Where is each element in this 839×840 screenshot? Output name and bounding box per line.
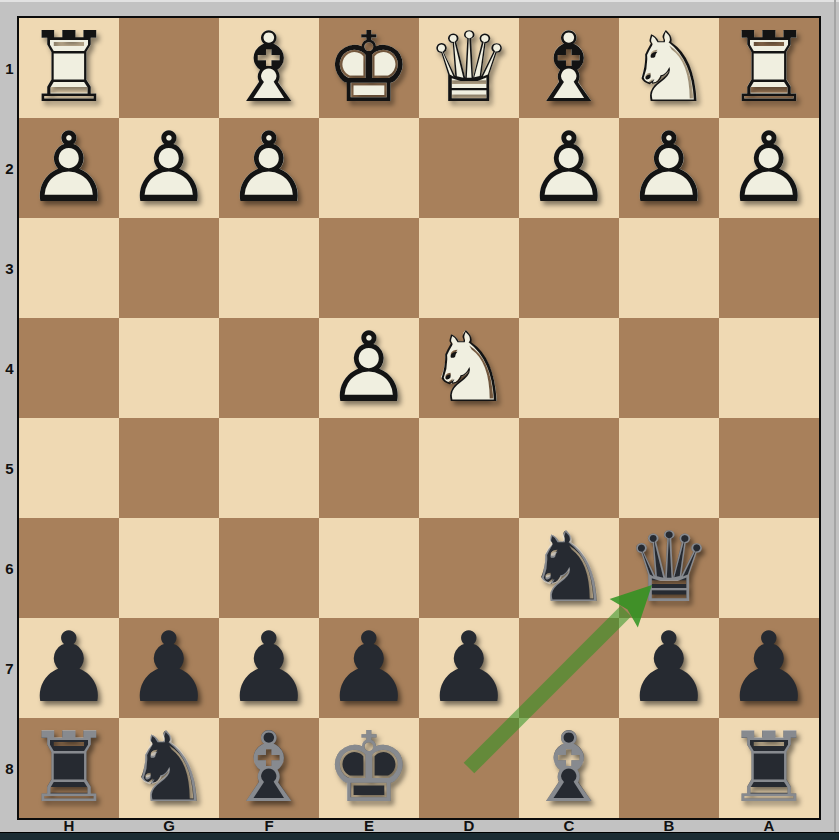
piece-glyph-fill: ♝: [219, 18, 319, 118]
piece-black-pawn-h7[interactable]: ♟♙: [19, 618, 119, 718]
piece-glyph-outline: ♙: [719, 618, 819, 718]
piece-glyph-outline: ♖: [719, 18, 819, 118]
square-e8[interactable]: ♚♔: [319, 718, 419, 818]
piece-glyph-fill: ♛: [619, 518, 719, 618]
square-h1[interactable]: ♜♖: [19, 18, 119, 118]
piece-glyph-outline: ♙: [219, 618, 319, 718]
square-g5[interactable]: [119, 418, 219, 518]
piece-black-bishop-c8[interactable]: ♝♗: [519, 718, 619, 818]
square-e2[interactable]: [319, 118, 419, 218]
file-label-g: G: [119, 818, 219, 833]
piece-black-pawn-b7[interactable]: ♟♙: [619, 618, 719, 718]
file-label-h: H: [19, 818, 119, 833]
piece-glyph-outline: ♙: [319, 318, 419, 418]
file-label-c: C: [519, 818, 619, 833]
square-g6[interactable]: [119, 518, 219, 618]
piece-glyph-fill: ♟: [319, 318, 419, 418]
piece-glyph-fill: ♟: [619, 618, 719, 718]
square-b2[interactable]: ♟♙: [619, 118, 719, 218]
square-h2[interactable]: ♟♙: [19, 118, 119, 218]
square-a1[interactable]: ♜♖: [719, 18, 819, 118]
file-label-b: B: [619, 818, 719, 833]
piece-glyph-fill: ♜: [19, 718, 119, 818]
square-f1[interactable]: ♝♗: [219, 18, 319, 118]
piece-glyph-outline: ♘: [419, 318, 519, 418]
piece-glyph-outline: ♖: [19, 18, 119, 118]
chess-board-window: 12345678 ♜♖♝♗♚♔♛♕♝♗♞♘♜♖♟♙♟♙♟♙♟♙♟♙♟♙♟♙♞♘♞…: [0, 0, 839, 840]
rank-label-2: 2: [0, 118, 19, 218]
piece-glyph-outline: ♙: [219, 118, 319, 218]
file-label-a: A: [719, 818, 819, 833]
piece-white-queen-d1[interactable]: ♛♕: [419, 18, 519, 118]
piece-glyph-fill: ♟: [519, 118, 619, 218]
square-e3[interactable]: [319, 218, 419, 318]
piece-glyph-fill: ♝: [219, 718, 319, 818]
piece-black-knight-c6[interactable]: ♞♘: [519, 518, 619, 618]
piece-glyph-outline: ♙: [19, 618, 119, 718]
piece-glyph-outline: ♙: [319, 618, 419, 718]
piece-glyph-outline: ♙: [19, 118, 119, 218]
piece-glyph-outline: ♗: [219, 18, 319, 118]
piece-glyph-outline: ♔: [319, 18, 419, 118]
square-d6[interactable]: [419, 518, 519, 618]
piece-white-pawn-h2[interactable]: ♟♙: [19, 118, 119, 218]
square-e1[interactable]: ♚♔: [319, 18, 419, 118]
piece-glyph-outline: ♕: [419, 18, 519, 118]
square-e6[interactable]: [319, 518, 419, 618]
square-h8[interactable]: ♜♖: [19, 718, 119, 818]
square-b8[interactable]: [619, 718, 719, 818]
rank-label-1: 1: [0, 18, 19, 118]
square-f5[interactable]: [219, 418, 319, 518]
piece-glyph-fill: ♟: [319, 618, 419, 718]
square-h4[interactable]: [19, 318, 119, 418]
square-d7[interactable]: ♟♙: [419, 618, 519, 718]
square-a6[interactable]: [719, 518, 819, 618]
piece-black-rook-a8[interactable]: ♜♖: [719, 718, 819, 818]
square-a2[interactable]: ♟♙: [719, 118, 819, 218]
square-c1[interactable]: ♝♗: [519, 18, 619, 118]
piece-glyph-fill: ♟: [719, 118, 819, 218]
piece-glyph-fill: ♛: [419, 18, 519, 118]
piece-glyph-fill: ♟: [119, 618, 219, 718]
piece-glyph-outline: ♙: [619, 618, 719, 718]
piece-glyph-fill: ♟: [219, 618, 319, 718]
piece-glyph-outline: ♙: [719, 118, 819, 218]
square-e5[interactable]: [319, 418, 419, 518]
square-b4[interactable]: [619, 318, 719, 418]
piece-glyph-fill: ♞: [519, 518, 619, 618]
square-h5[interactable]: [19, 418, 119, 518]
piece-glyph-fill: ♟: [219, 118, 319, 218]
piece-black-pawn-e7[interactable]: ♟♙: [319, 618, 419, 718]
square-h6[interactable]: [19, 518, 119, 618]
square-h3[interactable]: [19, 218, 119, 318]
square-f4[interactable]: [219, 318, 319, 418]
piece-black-king-e8[interactable]: ♚♔: [319, 718, 419, 818]
piece-white-rook-h1[interactable]: ♜♖: [19, 18, 119, 118]
piece-glyph-outline: ♔: [319, 718, 419, 818]
piece-glyph-outline: ♖: [19, 718, 119, 818]
piece-glyph-outline: ♘: [619, 18, 719, 118]
piece-white-pawn-a2[interactable]: ♟♙: [719, 118, 819, 218]
square-a7[interactable]: ♟♙: [719, 618, 819, 718]
frame-right-shade: [834, 0, 836, 833]
piece-black-knight-g8[interactable]: ♞♘: [119, 718, 219, 818]
square-b5[interactable]: [619, 418, 719, 518]
piece-white-knight-b1[interactable]: ♞♘: [619, 18, 719, 118]
square-e7[interactable]: ♟♙: [319, 618, 419, 718]
square-g7[interactable]: ♟♙: [119, 618, 219, 718]
piece-glyph-fill: ♜: [719, 18, 819, 118]
file-label-e: E: [319, 818, 419, 833]
square-f7[interactable]: ♟♙: [219, 618, 319, 718]
piece-white-pawn-e4[interactable]: ♟♙: [319, 318, 419, 418]
file-labels-strip: HGFEDCBA: [0, 818, 839, 833]
piece-glyph-fill: ♞: [119, 718, 219, 818]
piece-glyph-outline: ♙: [119, 618, 219, 718]
piece-glyph-outline: ♙: [419, 618, 519, 718]
window-bottom-edge: [0, 832, 839, 840]
piece-glyph-fill: ♝: [519, 18, 619, 118]
square-b1[interactable]: ♞♘: [619, 18, 719, 118]
square-d5[interactable]: [419, 418, 519, 518]
piece-glyph-fill: ♜: [19, 18, 119, 118]
piece-white-bishop-f1[interactable]: ♝♗: [219, 18, 319, 118]
square-f2[interactable]: ♟♙: [219, 118, 319, 218]
piece-white-pawn-f2[interactable]: ♟♙: [219, 118, 319, 218]
square-b6[interactable]: ♛♕: [619, 518, 719, 618]
piece-black-pawn-d7[interactable]: ♟♙: [419, 618, 519, 718]
piece-black-pawn-f7[interactable]: ♟♙: [219, 618, 319, 718]
piece-glyph-outline: ♗: [519, 18, 619, 118]
square-g3[interactable]: [119, 218, 219, 318]
square-c7[interactable]: [519, 618, 619, 718]
rank-label-5: 5: [0, 418, 19, 518]
square-a3[interactable]: [719, 218, 819, 318]
square-f8[interactable]: ♝♗: [219, 718, 319, 818]
piece-glyph-fill: ♟: [19, 118, 119, 218]
piece-glyph-fill: ♜: [719, 718, 819, 818]
rank-label-6: 6: [0, 518, 19, 618]
piece-glyph-fill: ♟: [19, 618, 119, 718]
square-d4[interactable]: ♞♘: [419, 318, 519, 418]
piece-glyph-outline: ♗: [219, 718, 319, 818]
piece-white-king-e1[interactable]: ♚♔: [319, 18, 419, 118]
piece-white-rook-a1[interactable]: ♜♖: [719, 18, 819, 118]
square-h7[interactable]: ♟♙: [19, 618, 119, 718]
piece-glyph-outline: ♘: [519, 518, 619, 618]
chess-board: ♜♖♝♗♚♔♛♕♝♗♞♘♜♖♟♙♟♙♟♙♟♙♟♙♟♙♟♙♞♘♞♘♛♕♟♙♟♙♟♙…: [19, 18, 819, 818]
square-b3[interactable]: [619, 218, 719, 318]
piece-glyph-outline: ♙: [519, 118, 619, 218]
square-g8[interactable]: ♞♘: [119, 718, 219, 818]
file-label-d: D: [419, 818, 519, 833]
rank-labels-gutter: 12345678: [0, 0, 19, 818]
piece-glyph-fill: ♞: [619, 18, 719, 118]
square-b7[interactable]: ♟♙: [619, 618, 719, 718]
piece-glyph-fill: ♚: [319, 718, 419, 818]
square-g1[interactable]: [119, 18, 219, 118]
piece-white-knight-d4[interactable]: ♞♘: [419, 318, 519, 418]
rank-label-4: 4: [0, 318, 19, 418]
square-c8[interactable]: ♝♗: [519, 718, 619, 818]
square-f3[interactable]: [219, 218, 319, 318]
piece-white-pawn-g2[interactable]: ♟♙: [119, 118, 219, 218]
piece-glyph-outline: ♗: [519, 718, 619, 818]
piece-white-bishop-c1[interactable]: ♝♗: [519, 18, 619, 118]
rank-label-3: 3: [0, 218, 19, 318]
piece-glyph-outline: ♘: [119, 718, 219, 818]
piece-glyph-outline: ♖: [719, 718, 819, 818]
square-c2[interactable]: ♟♙: [519, 118, 619, 218]
piece-black-queen-b6[interactable]: ♛♕: [619, 518, 719, 618]
rank-label-7: 7: [0, 618, 19, 718]
piece-glyph-fill: ♟: [719, 618, 819, 718]
piece-glyph-fill: ♞: [419, 318, 519, 418]
piece-glyph-outline: ♕: [619, 518, 719, 618]
square-d1[interactable]: ♛♕: [419, 18, 519, 118]
square-c4[interactable]: [519, 318, 619, 418]
piece-black-pawn-a7[interactable]: ♟♙: [719, 618, 819, 718]
piece-black-rook-h8[interactable]: ♜♖: [19, 718, 119, 818]
file-label-f: F: [219, 818, 319, 833]
square-a8[interactable]: ♜♖: [719, 718, 819, 818]
piece-glyph-outline: ♙: [619, 118, 719, 218]
piece-black-bishop-f8[interactable]: ♝♗: [219, 718, 319, 818]
square-c6[interactable]: ♞♘: [519, 518, 619, 618]
square-a4[interactable]: [719, 318, 819, 418]
square-g4[interactable]: [119, 318, 219, 418]
piece-glyph-outline: ♙: [119, 118, 219, 218]
square-a5[interactable]: [719, 418, 819, 518]
square-f6[interactable]: [219, 518, 319, 618]
rank-label-8: 8: [0, 718, 19, 818]
square-d3[interactable]: [419, 218, 519, 318]
piece-white-pawn-b2[interactable]: ♟♙: [619, 118, 719, 218]
square-g2[interactable]: ♟♙: [119, 118, 219, 218]
piece-glyph-fill: ♚: [319, 18, 419, 118]
square-c5[interactable]: [519, 418, 619, 518]
piece-glyph-fill: ♟: [119, 118, 219, 218]
piece-glyph-fill: ♟: [419, 618, 519, 718]
square-d8[interactable]: [419, 718, 519, 818]
frame-top-highlight: [0, 0, 839, 2]
square-d2[interactable]: [419, 118, 519, 218]
piece-black-pawn-g7[interactable]: ♟♙: [119, 618, 219, 718]
square-e4[interactable]: ♟♙: [319, 318, 419, 418]
piece-glyph-fill: ♝: [519, 718, 619, 818]
piece-glyph-fill: ♟: [619, 118, 719, 218]
square-c3[interactable]: [519, 218, 619, 318]
piece-white-pawn-c2[interactable]: ♟♙: [519, 118, 619, 218]
